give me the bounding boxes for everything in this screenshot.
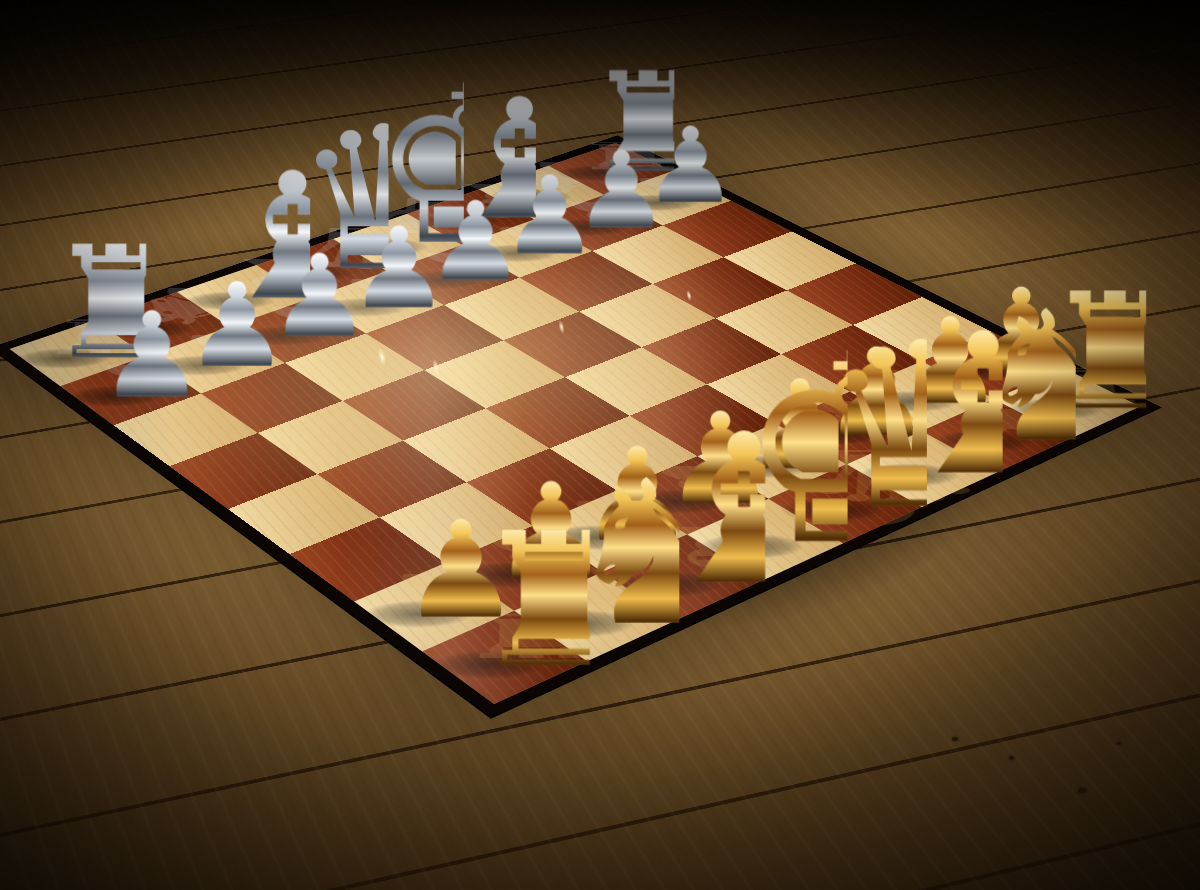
piece-silver-pawn-a2[interactable]: ♟	[99, 309, 201, 404]
scene: ♜♜♞♞♝♝♛♛♚♚♝♝♞♞♜♜♟♟♟♟♟♟♟♟♟♟♟♟♟♟♟♟♟♟♟♟♟♟♟♟…	[0, 0, 1200, 890]
scene-3d-wrapper: ♜♜♞♞♝♝♛♛♚♚♝♝♞♞♜♜♟♟♟♟♟♟♟♟♟♟♟♟♟♟♟♟♟♟♟♟♟♟♟♟…	[0, 0, 1200, 890]
square-c4[interactable]	[343, 370, 486, 441]
piece-gold-rook-a8[interactable]: ♜	[471, 527, 590, 675]
